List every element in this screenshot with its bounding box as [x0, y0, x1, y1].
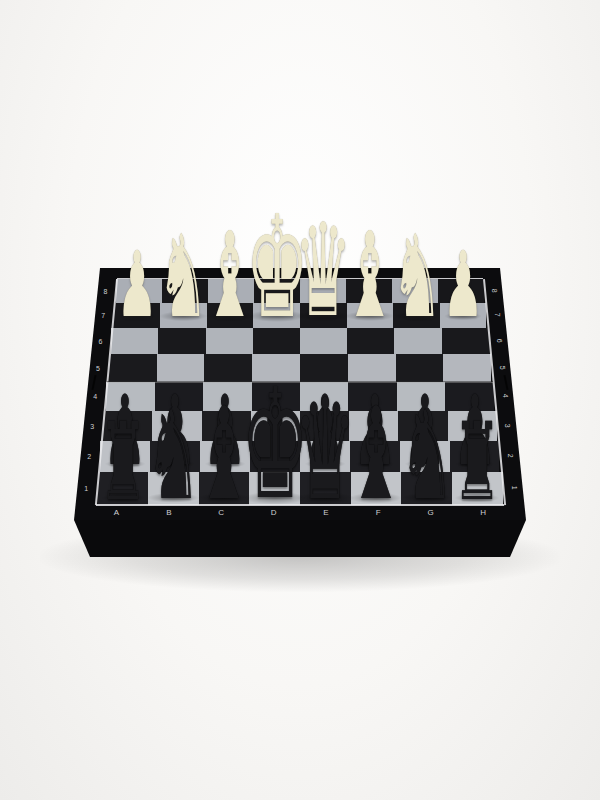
piece-white-pawn-h7: ♟ — [443, 240, 484, 331]
rank-label-left-5: 5 — [96, 365, 100, 372]
piece-white-bishop-f7: ♝ — [343, 217, 396, 335]
rank-label-right-5: 5 — [498, 366, 505, 370]
rank-label-left-7: 7 — [101, 312, 105, 319]
rank-label-right-8: 8 — [491, 289, 498, 293]
piece-white-pawn-a7: ♟ — [117, 240, 158, 331]
piece-black-rook-a1: ♜ — [99, 408, 147, 515]
piece-black-bishop-f1: ♝ — [347, 391, 404, 518]
piece-black-knight-g1: ♞ — [399, 394, 454, 517]
piece-white-knight-b7: ♞ — [158, 220, 209, 334]
rank-label-right-1: 1 — [510, 486, 517, 490]
rank-label-left-6: 6 — [99, 338, 103, 345]
piece-white-knight-g7: ♞ — [391, 220, 442, 334]
rank-label-right-2: 2 — [507, 454, 514, 458]
rank-label-right-6: 6 — [496, 339, 503, 343]
product-photo-chess-set: 8877665544332211ABCDEFGH♟♞♝♚♛♝♞♟♟♟♟♟♟♟♟♟… — [0, 0, 600, 800]
rank-label-right-3: 3 — [504, 423, 511, 427]
rank-label-right-7: 7 — [493, 313, 500, 317]
rank-label-left-4: 4 — [93, 393, 97, 400]
rank-label-left-3: 3 — [90, 422, 94, 429]
rank-label-left-2: 2 — [87, 453, 91, 460]
rank-label-left-1: 1 — [84, 484, 88, 491]
rank-label-left-8: 8 — [104, 287, 108, 294]
piece-black-knight-b1: ♞ — [146, 394, 201, 517]
piece-black-rook-h1: ♜ — [453, 408, 501, 515]
rank-label-right-4: 4 — [501, 394, 508, 398]
